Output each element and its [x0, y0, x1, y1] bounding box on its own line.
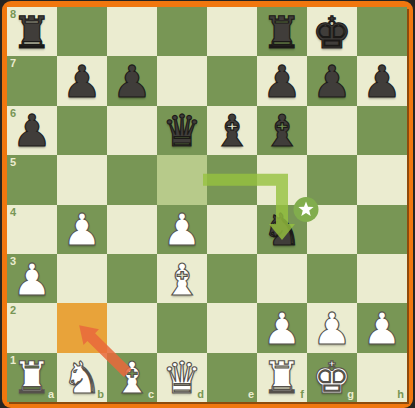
square-a2[interactable]: 2	[7, 303, 57, 352]
square-a4[interactable]: 4	[7, 205, 57, 254]
white-pawn-d4[interactable]: ♟	[157, 206, 207, 255]
square-c3[interactable]	[107, 254, 157, 303]
white-rook-f1[interactable]: ♜	[257, 354, 307, 403]
white-pawn-b4[interactable]: ♟	[57, 206, 107, 255]
square-g2[interactable]: ♟	[307, 303, 357, 352]
square-b3[interactable]	[57, 254, 107, 303]
square-a8[interactable]: 8♜	[7, 7, 57, 56]
file-label-e: e	[248, 389, 254, 400]
square-d2[interactable]	[157, 303, 207, 352]
square-e4[interactable]	[207, 205, 257, 254]
square-b5[interactable]	[57, 155, 107, 204]
square-a3[interactable]: 3♟	[7, 254, 57, 303]
square-g1[interactable]: g♚	[307, 353, 357, 402]
white-king-g1[interactable]: ♚	[307, 354, 357, 403]
black-queen-d6[interactable]: ♛	[157, 107, 207, 156]
square-g6[interactable]	[307, 106, 357, 155]
square-h5[interactable]	[357, 155, 407, 204]
white-pawn-h2[interactable]: ♟	[357, 304, 407, 353]
square-f2[interactable]: ♟	[257, 303, 307, 352]
square-c5[interactable]	[107, 155, 157, 204]
black-pawn-h7[interactable]: ♟	[357, 57, 407, 106]
rank-label-7: 7	[10, 58, 16, 69]
square-g7[interactable]: ♟	[307, 56, 357, 105]
square-c6[interactable]	[107, 106, 157, 155]
square-h6[interactable]	[357, 106, 407, 155]
square-f6[interactable]: ♝	[257, 106, 307, 155]
square-e5[interactable]	[207, 155, 257, 204]
square-f8[interactable]: ♜	[257, 7, 307, 56]
square-f3[interactable]	[257, 254, 307, 303]
square-c7[interactable]: ♟	[107, 56, 157, 105]
black-rook-f8[interactable]: ♜	[257, 8, 307, 57]
file-label-h: h	[397, 389, 404, 400]
square-d6[interactable]: ♛	[157, 106, 207, 155]
square-f1[interactable]: f♜	[257, 353, 307, 402]
square-e6[interactable]: ♝	[207, 106, 257, 155]
square-c2[interactable]	[107, 303, 157, 352]
black-pawn-f7[interactable]: ♟	[257, 57, 307, 106]
black-pawn-c7[interactable]: ♟	[107, 57, 157, 106]
square-a5[interactable]: 5	[7, 155, 57, 204]
square-d5[interactable]	[157, 155, 207, 204]
white-pawn-g2[interactable]: ♟	[307, 304, 357, 353]
square-h1[interactable]: h	[357, 353, 407, 402]
square-h2[interactable]: ♟	[357, 303, 407, 352]
square-e1[interactable]: e	[207, 353, 257, 402]
black-pawn-b7[interactable]: ♟	[57, 57, 107, 106]
square-c4[interactable]	[107, 205, 157, 254]
square-b8[interactable]	[57, 7, 107, 56]
square-h4[interactable]	[357, 205, 407, 254]
square-h3[interactable]	[357, 254, 407, 303]
square-d7[interactable]	[157, 56, 207, 105]
white-bishop-d3[interactable]: ♝	[157, 255, 207, 304]
square-g5[interactable]	[307, 155, 357, 204]
rank-label-5: 5	[10, 157, 16, 168]
white-knight-b1[interactable]: ♞	[57, 354, 107, 403]
chess-board[interactable]: 8♜♜♚7♟♟♟♟♟6♟♛♝♝54♟♟♞3♟♝2♟♟♟1a♜b♞c♝d♛ef♜g…	[7, 7, 407, 402]
square-g8[interactable]: ♚	[307, 7, 357, 56]
square-d4[interactable]: ♟	[157, 205, 207, 254]
white-pawn-f2[interactable]: ♟	[257, 304, 307, 353]
square-a6[interactable]: 6♟	[7, 106, 57, 155]
rank-label-4: 4	[10, 207, 16, 218]
white-bishop-c1[interactable]: ♝	[107, 354, 157, 403]
square-e3[interactable]	[207, 254, 257, 303]
black-king-g8[interactable]: ♚	[307, 8, 357, 57]
square-e2[interactable]	[207, 303, 257, 352]
black-knight-f4[interactable]: ♞	[257, 206, 307, 255]
black-pawn-g7[interactable]: ♟	[307, 57, 357, 106]
square-c1[interactable]: c♝	[107, 353, 157, 402]
square-a1[interactable]: 1a♜	[7, 353, 57, 402]
rank-label-2: 2	[10, 305, 16, 316]
black-pawn-a6[interactable]: ♟	[7, 107, 57, 156]
square-f4[interactable]: ♞	[257, 205, 307, 254]
square-b2[interactable]	[57, 303, 107, 352]
square-e7[interactable]	[207, 56, 257, 105]
square-c8[interactable]	[107, 7, 157, 56]
square-b6[interactable]	[57, 106, 107, 155]
chessboard-screenshot: 8♜♜♚7♟♟♟♟♟6♟♛♝♝54♟♟♞3♟♝2♟♟♟1a♜b♞c♝d♛ef♜g…	[0, 0, 415, 408]
square-d8[interactable]	[157, 7, 207, 56]
square-d1[interactable]: d♛	[157, 353, 207, 402]
black-bishop-e6[interactable]: ♝	[207, 107, 257, 156]
square-g4[interactable]	[307, 205, 357, 254]
square-g3[interactable]	[307, 254, 357, 303]
square-d3[interactable]: ♝	[157, 254, 207, 303]
white-queen-d1[interactable]: ♛	[157, 354, 207, 403]
white-rook-a1[interactable]: ♜	[7, 354, 57, 403]
square-a7[interactable]: 7	[7, 56, 57, 105]
square-b1[interactable]: b♞	[57, 353, 107, 402]
square-b7[interactable]: ♟	[57, 56, 107, 105]
square-f7[interactable]: ♟	[257, 56, 307, 105]
square-h8[interactable]	[357, 7, 407, 56]
square-h7[interactable]: ♟	[357, 56, 407, 105]
square-f5[interactable]	[257, 155, 307, 204]
square-e8[interactable]	[207, 7, 257, 56]
black-rook-a8[interactable]: ♜	[7, 8, 57, 57]
white-pawn-a3[interactable]: ♟	[7, 255, 57, 304]
square-b4[interactable]: ♟	[57, 205, 107, 254]
black-bishop-f6[interactable]: ♝	[257, 107, 307, 156]
